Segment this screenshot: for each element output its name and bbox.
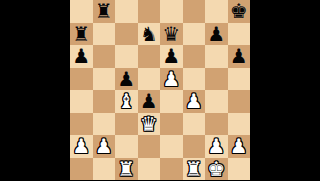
square-g1[interactable]: ♚: [205, 158, 228, 181]
square-g2[interactable]: ♟: [205, 135, 228, 158]
square-a5[interactable]: [70, 68, 93, 91]
square-a7[interactable]: ♜: [70, 23, 93, 46]
square-b1[interactable]: [93, 158, 116, 181]
square-e3[interactable]: [160, 113, 183, 136]
white-pawn-piece[interactable]: ♟: [95, 135, 113, 157]
square-f6[interactable]: [183, 45, 206, 68]
white-pawn-piece[interactable]: ♟: [230, 135, 248, 157]
square-h7[interactable]: [228, 23, 251, 46]
square-h5[interactable]: [228, 68, 251, 91]
black-queen-piece[interactable]: ♛: [162, 23, 180, 45]
square-b8[interactable]: ♜: [93, 0, 116, 23]
square-f8[interactable]: [183, 0, 206, 23]
square-a4[interactable]: [70, 90, 93, 113]
square-b3[interactable]: [93, 113, 116, 136]
square-d6[interactable]: [138, 45, 161, 68]
square-b4[interactable]: [93, 90, 116, 113]
square-f7[interactable]: [183, 23, 206, 46]
white-king-piece[interactable]: ♚: [207, 158, 225, 180]
black-pawn-piece[interactable]: ♟: [230, 45, 248, 67]
white-bishop-piece[interactable]: ♝: [117, 90, 135, 112]
square-e6[interactable]: ♟: [160, 45, 183, 68]
white-pawn-piece[interactable]: ♟: [185, 90, 203, 112]
square-c6[interactable]: [115, 45, 138, 68]
square-f3[interactable]: [183, 113, 206, 136]
square-e1[interactable]: [160, 158, 183, 181]
square-e2[interactable]: [160, 135, 183, 158]
white-rook-piece[interactable]: ♜: [117, 158, 135, 180]
square-b7[interactable]: [93, 23, 116, 46]
square-b6[interactable]: [93, 45, 116, 68]
black-knight-piece[interactable]: ♞: [140, 23, 158, 45]
square-h2[interactable]: ♟: [228, 135, 251, 158]
square-h3[interactable]: [228, 113, 251, 136]
square-d1[interactable]: [138, 158, 161, 181]
square-e8[interactable]: [160, 0, 183, 23]
black-king-piece[interactable]: ♚: [230, 0, 248, 22]
square-c3[interactable]: [115, 113, 138, 136]
square-d3[interactable]: ♛: [138, 113, 161, 136]
black-rook-piece[interactable]: ♜: [95, 0, 113, 22]
square-g4[interactable]: [205, 90, 228, 113]
white-pawn-piece[interactable]: ♟: [207, 135, 225, 157]
square-h8[interactable]: ♚: [228, 0, 251, 23]
square-a1[interactable]: [70, 158, 93, 181]
square-d7[interactable]: ♞: [138, 23, 161, 46]
square-h1[interactable]: [228, 158, 251, 181]
square-e7[interactable]: ♛: [160, 23, 183, 46]
square-c5[interactable]: ♟: [115, 68, 138, 91]
square-d2[interactable]: [138, 135, 161, 158]
square-h6[interactable]: ♟: [228, 45, 251, 68]
square-g8[interactable]: [205, 0, 228, 23]
square-b5[interactable]: [93, 68, 116, 91]
square-c1[interactable]: ♜: [115, 158, 138, 181]
square-f2[interactable]: [183, 135, 206, 158]
square-c2[interactable]: [115, 135, 138, 158]
square-e5[interactable]: ♟: [160, 68, 183, 91]
chess-board[interactable]: ♜♚♜♞♛♟♟♟♟♟♟♝♟♟♛♟♟♟♟♜♜♚: [70, 0, 250, 180]
square-g7[interactable]: ♟: [205, 23, 228, 46]
letterbox-right: [250, 0, 320, 180]
white-rook-piece[interactable]: ♜: [185, 158, 203, 180]
square-e4[interactable]: [160, 90, 183, 113]
black-pawn-piece[interactable]: ♟: [117, 68, 135, 90]
square-d8[interactable]: [138, 0, 161, 23]
square-a8[interactable]: [70, 0, 93, 23]
square-c4[interactable]: ♝: [115, 90, 138, 113]
square-h4[interactable]: [228, 90, 251, 113]
square-g3[interactable]: [205, 113, 228, 136]
white-queen-piece[interactable]: ♛: [140, 113, 158, 135]
video-frame: ♜♚♜♞♛♟♟♟♟♟♟♝♟♟♛♟♟♟♟♜♜♚: [0, 0, 320, 180]
square-f1[interactable]: ♜: [183, 158, 206, 181]
white-pawn-piece[interactable]: ♟: [162, 68, 180, 90]
white-pawn-piece[interactable]: ♟: [72, 135, 90, 157]
square-c8[interactable]: [115, 0, 138, 23]
square-g6[interactable]: [205, 45, 228, 68]
black-rook-piece[interactable]: ♜: [72, 23, 90, 45]
square-b2[interactable]: ♟: [93, 135, 116, 158]
square-a6[interactable]: ♟: [70, 45, 93, 68]
square-c7[interactable]: [115, 23, 138, 46]
square-f4[interactable]: ♟: [183, 90, 206, 113]
square-a3[interactable]: [70, 113, 93, 136]
black-pawn-piece[interactable]: ♟: [207, 23, 225, 45]
letterbox-left: [0, 0, 70, 180]
square-d5[interactable]: [138, 68, 161, 91]
black-pawn-piece[interactable]: ♟: [140, 90, 158, 112]
square-g5[interactable]: [205, 68, 228, 91]
black-pawn-piece[interactable]: ♟: [72, 45, 90, 67]
square-a2[interactable]: ♟: [70, 135, 93, 158]
black-pawn-piece[interactable]: ♟: [162, 45, 180, 67]
square-f5[interactable]: [183, 68, 206, 91]
square-d4[interactable]: ♟: [138, 90, 161, 113]
